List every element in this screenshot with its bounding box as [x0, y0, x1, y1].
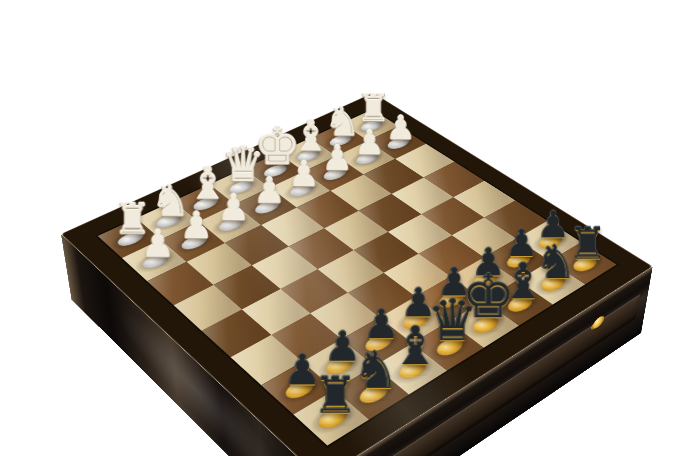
rook-glyph: ♜ — [283, 371, 388, 421]
pawn-glyph: ♟ — [112, 226, 203, 263]
square-a8[interactable]: ♜♜ — [293, 390, 369, 446]
scene: ♜♜♞♞♝♝♛♛♚♚♝♝♞♞♜♜♟♟♟♟♟♟♟♟♟♟♟♟♟♟♟♟♟♟♟♟♟♟♟♟… — [0, 0, 696, 456]
product-photo: ♜♜♞♞♝♝♛♛♚♚♝♝♞♞♜♜♟♟♟♟♟♟♟♟♟♟♟♟♟♟♟♟♟♟♟♟♟♟♟♟… — [0, 0, 696, 456]
board-top-frame: ♜♜♞♞♝♝♛♛♚♚♝♝♞♞♜♜♟♟♟♟♟♟♟♟♟♟♟♟♟♟♟♟♟♟♟♟♟♟♟♟… — [61, 93, 653, 456]
chess-box: ♜♜♞♞♝♝♛♛♚♚♝♝♞♞♜♜♟♟♟♟♟♟♟♟♟♟♟♟♟♟♟♟♟♟♟♟♟♟♟♟… — [61, 93, 653, 456]
